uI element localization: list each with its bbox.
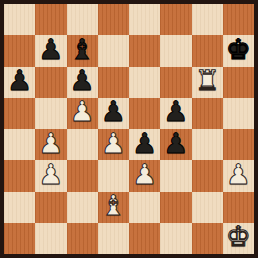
white-pawn-d4[interactable]: ♟: [101, 130, 126, 158]
black-pawn-d5[interactable]: ♟: [101, 98, 126, 126]
square-a3[interactable]: [4, 160, 35, 191]
square-b4[interactable]: ♟: [35, 129, 66, 160]
square-a8[interactable]: [4, 4, 35, 35]
square-g7[interactable]: [192, 35, 223, 66]
square-h2[interactable]: [223, 192, 254, 223]
square-c8[interactable]: [67, 4, 98, 35]
square-a7[interactable]: [4, 35, 35, 66]
square-e4[interactable]: ♟: [129, 129, 160, 160]
square-h1[interactable]: ♚: [223, 223, 254, 254]
square-e8[interactable]: [129, 4, 160, 35]
square-c7[interactable]: ♝: [67, 35, 98, 66]
square-f6[interactable]: [160, 67, 191, 98]
white-pawn-e3[interactable]: ♟: [132, 161, 157, 189]
square-c4[interactable]: [67, 129, 98, 160]
square-f8[interactable]: [160, 4, 191, 35]
square-f5[interactable]: ♟: [160, 98, 191, 129]
square-g6[interactable]: ♜: [192, 67, 223, 98]
square-e5[interactable]: [129, 98, 160, 129]
black-pawn-b7[interactable]: ♟: [38, 36, 63, 64]
square-a1[interactable]: [4, 223, 35, 254]
square-b7[interactable]: ♟: [35, 35, 66, 66]
square-c3[interactable]: [67, 160, 98, 191]
black-pawn-f5[interactable]: ♟: [163, 98, 188, 126]
square-d5[interactable]: ♟: [98, 98, 129, 129]
square-f2[interactable]: [160, 192, 191, 223]
chess-board: ♟♝♚♟♟♜♟♟♟♟♟♟♟♟♟♟♝♚: [4, 4, 254, 254]
square-a5[interactable]: [4, 98, 35, 129]
black-pawn-c6[interactable]: ♟: [70, 67, 95, 95]
square-e3[interactable]: ♟: [129, 160, 160, 191]
square-g8[interactable]: [192, 4, 223, 35]
white-bishop-d2[interactable]: ♝: [101, 192, 126, 220]
square-e2[interactable]: [129, 192, 160, 223]
square-d1[interactable]: [98, 223, 129, 254]
square-f7[interactable]: [160, 35, 191, 66]
black-pawn-e4[interactable]: ♟: [132, 130, 157, 158]
chess-board-screenshot: ♟♝♚♟♟♜♟♟♟♟♟♟♟♟♟♟♝♚: [0, 0, 258, 258]
square-d3[interactable]: [98, 160, 129, 191]
board-frame: ♟♝♚♟♟♜♟♟♟♟♟♟♟♟♟♟♝♚: [0, 0, 258, 258]
square-f4[interactable]: ♟: [160, 129, 191, 160]
square-h3[interactable]: ♟: [223, 160, 254, 191]
white-pawn-c5[interactable]: ♟: [70, 98, 95, 126]
square-b8[interactable]: [35, 4, 66, 35]
square-e6[interactable]: [129, 67, 160, 98]
black-pawn-f4[interactable]: ♟: [163, 130, 188, 158]
square-d2[interactable]: ♝: [98, 192, 129, 223]
square-d7[interactable]: [98, 35, 129, 66]
square-g4[interactable]: [192, 129, 223, 160]
square-e1[interactable]: [129, 223, 160, 254]
square-f1[interactable]: [160, 223, 191, 254]
square-h8[interactable]: [223, 4, 254, 35]
square-b2[interactable]: [35, 192, 66, 223]
square-e7[interactable]: [129, 35, 160, 66]
square-d8[interactable]: [98, 4, 129, 35]
square-g1[interactable]: [192, 223, 223, 254]
square-b5[interactable]: [35, 98, 66, 129]
black-pawn-a6[interactable]: ♟: [7, 67, 32, 95]
square-c1[interactable]: [67, 223, 98, 254]
square-d4[interactable]: ♟: [98, 129, 129, 160]
square-a4[interactable]: [4, 129, 35, 160]
square-g3[interactable]: [192, 160, 223, 191]
square-d6[interactable]: [98, 67, 129, 98]
square-g2[interactable]: [192, 192, 223, 223]
square-h6[interactable]: [223, 67, 254, 98]
square-c5[interactable]: ♟: [67, 98, 98, 129]
square-a6[interactable]: ♟: [4, 67, 35, 98]
square-b6[interactable]: [35, 67, 66, 98]
square-h5[interactable]: [223, 98, 254, 129]
black-bishop-c7[interactable]: ♝: [70, 36, 95, 64]
square-h7[interactable]: ♚: [223, 35, 254, 66]
square-b1[interactable]: [35, 223, 66, 254]
square-b3[interactable]: ♟: [35, 160, 66, 191]
white-pawn-b3[interactable]: ♟: [38, 161, 63, 189]
black-king-h7[interactable]: ♚: [226, 36, 251, 64]
square-g5[interactable]: [192, 98, 223, 129]
white-rook-g6[interactable]: ♜: [195, 67, 220, 95]
white-king-h1[interactable]: ♚: [226, 223, 251, 251]
square-a2[interactable]: [4, 192, 35, 223]
white-pawn-b4[interactable]: ♟: [38, 130, 63, 158]
square-f3[interactable]: [160, 160, 191, 191]
square-h4[interactable]: [223, 129, 254, 160]
square-c6[interactable]: ♟: [67, 67, 98, 98]
white-pawn-h3[interactable]: ♟: [226, 161, 251, 189]
square-c2[interactable]: [67, 192, 98, 223]
